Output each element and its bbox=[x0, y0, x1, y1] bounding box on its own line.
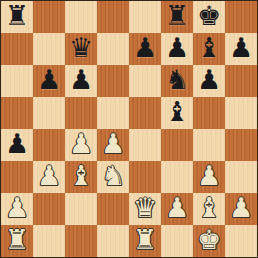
black-pawn-e7[interactable]: ♟ bbox=[133, 33, 157, 64]
square-a5[interactable] bbox=[1, 97, 33, 129]
black-pawn-h7[interactable]: ♟ bbox=[229, 33, 253, 64]
white-pawn-a2[interactable]: ♟ bbox=[5, 193, 29, 224]
square-f4[interactable] bbox=[161, 129, 193, 161]
square-a2[interactable]: ♟ bbox=[1, 193, 33, 225]
square-h5[interactable] bbox=[225, 97, 257, 129]
square-e3[interactable] bbox=[129, 161, 161, 193]
square-d7[interactable] bbox=[97, 33, 129, 65]
white-queen-e2[interactable]: ♛ bbox=[133, 193, 157, 224]
white-pawn-d4[interactable]: ♟ bbox=[101, 129, 125, 160]
square-g8[interactable]: ♚ bbox=[193, 1, 225, 33]
square-c2[interactable] bbox=[65, 193, 97, 225]
white-pawn-b3[interactable]: ♟ bbox=[37, 161, 61, 192]
square-g1[interactable]: ♚ bbox=[193, 225, 225, 257]
square-h7[interactable]: ♟ bbox=[225, 33, 257, 65]
white-knight-d3[interactable]: ♞ bbox=[101, 161, 125, 192]
square-b8[interactable] bbox=[33, 1, 65, 33]
square-g6[interactable]: ♟ bbox=[193, 65, 225, 97]
square-b1[interactable] bbox=[33, 225, 65, 257]
square-h1[interactable] bbox=[225, 225, 257, 257]
square-c8[interactable] bbox=[65, 1, 97, 33]
black-pawn-g6[interactable]: ♟ bbox=[197, 65, 221, 96]
square-d1[interactable] bbox=[97, 225, 129, 257]
square-e7[interactable]: ♟ bbox=[129, 33, 161, 65]
black-pawn-f7[interactable]: ♟ bbox=[165, 33, 189, 64]
square-b7[interactable] bbox=[33, 33, 65, 65]
square-c1[interactable] bbox=[65, 225, 97, 257]
square-d5[interactable] bbox=[97, 97, 129, 129]
square-b5[interactable] bbox=[33, 97, 65, 129]
square-b6[interactable]: ♟ bbox=[33, 65, 65, 97]
chess-board: ♜♜♚♛♟♟♝♟♟♟♞♟♝♟♟♟♟♝♞♟♟♛♟♝♟♜♜♚ bbox=[0, 0, 258, 258]
square-g2[interactable]: ♝ bbox=[193, 193, 225, 225]
square-g7[interactable]: ♝ bbox=[193, 33, 225, 65]
square-g4[interactable] bbox=[193, 129, 225, 161]
black-pawn-b6[interactable]: ♟ bbox=[37, 65, 61, 96]
white-king-g1[interactable]: ♚ bbox=[197, 225, 221, 256]
square-g5[interactable] bbox=[193, 97, 225, 129]
black-rook-a8[interactable]: ♜ bbox=[5, 1, 29, 32]
square-d4[interactable]: ♟ bbox=[97, 129, 129, 161]
square-a6[interactable] bbox=[1, 65, 33, 97]
square-b2[interactable] bbox=[33, 193, 65, 225]
black-rook-f8[interactable]: ♜ bbox=[165, 1, 189, 32]
black-knight-f6[interactable]: ♞ bbox=[165, 65, 189, 96]
black-bishop-g7[interactable]: ♝ bbox=[197, 33, 221, 64]
square-a8[interactable]: ♜ bbox=[1, 1, 33, 33]
square-d2[interactable] bbox=[97, 193, 129, 225]
square-h6[interactable] bbox=[225, 65, 257, 97]
white-pawn-f2[interactable]: ♟ bbox=[165, 193, 189, 224]
square-c7[interactable]: ♛ bbox=[65, 33, 97, 65]
square-b4[interactable] bbox=[33, 129, 65, 161]
square-f8[interactable]: ♜ bbox=[161, 1, 193, 33]
square-e2[interactable]: ♛ bbox=[129, 193, 161, 225]
square-f1[interactable] bbox=[161, 225, 193, 257]
square-f6[interactable]: ♞ bbox=[161, 65, 193, 97]
white-pawn-h2[interactable]: ♟ bbox=[229, 193, 253, 224]
black-pawn-a4[interactable]: ♟ bbox=[5, 129, 29, 160]
square-c5[interactable] bbox=[65, 97, 97, 129]
square-c6[interactable]: ♟ bbox=[65, 65, 97, 97]
square-c4[interactable]: ♟ bbox=[65, 129, 97, 161]
black-bishop-f5[interactable]: ♝ bbox=[165, 97, 189, 128]
square-c3[interactable]: ♝ bbox=[65, 161, 97, 193]
square-f5[interactable]: ♝ bbox=[161, 97, 193, 129]
square-f7[interactable]: ♟ bbox=[161, 33, 193, 65]
square-h3[interactable] bbox=[225, 161, 257, 193]
square-g3[interactable]: ♟ bbox=[193, 161, 225, 193]
black-pawn-c6[interactable]: ♟ bbox=[69, 65, 93, 96]
white-pawn-g3[interactable]: ♟ bbox=[197, 161, 221, 192]
square-a3[interactable] bbox=[1, 161, 33, 193]
square-h2[interactable]: ♟ bbox=[225, 193, 257, 225]
black-king-g8[interactable]: ♚ bbox=[197, 1, 221, 32]
black-queen-c7[interactable]: ♛ bbox=[69, 33, 93, 64]
white-bishop-c3[interactable]: ♝ bbox=[69, 161, 93, 192]
square-e8[interactable] bbox=[129, 1, 161, 33]
square-h8[interactable] bbox=[225, 1, 257, 33]
square-d6[interactable] bbox=[97, 65, 129, 97]
square-e6[interactable] bbox=[129, 65, 161, 97]
square-e1[interactable]: ♜ bbox=[129, 225, 161, 257]
white-rook-a1[interactable]: ♜ bbox=[5, 225, 29, 256]
white-pawn-c4[interactable]: ♟ bbox=[69, 129, 93, 160]
square-a7[interactable] bbox=[1, 33, 33, 65]
square-f2[interactable]: ♟ bbox=[161, 193, 193, 225]
square-b3[interactable]: ♟ bbox=[33, 161, 65, 193]
square-e4[interactable] bbox=[129, 129, 161, 161]
square-e5[interactable] bbox=[129, 97, 161, 129]
square-a1[interactable]: ♜ bbox=[1, 225, 33, 257]
square-d3[interactable]: ♞ bbox=[97, 161, 129, 193]
square-f3[interactable] bbox=[161, 161, 193, 193]
square-a4[interactable]: ♟ bbox=[1, 129, 33, 161]
square-d8[interactable] bbox=[97, 1, 129, 33]
square-h4[interactable] bbox=[225, 129, 257, 161]
white-bishop-g2[interactable]: ♝ bbox=[197, 193, 221, 224]
white-rook-e1[interactable]: ♜ bbox=[133, 225, 157, 256]
